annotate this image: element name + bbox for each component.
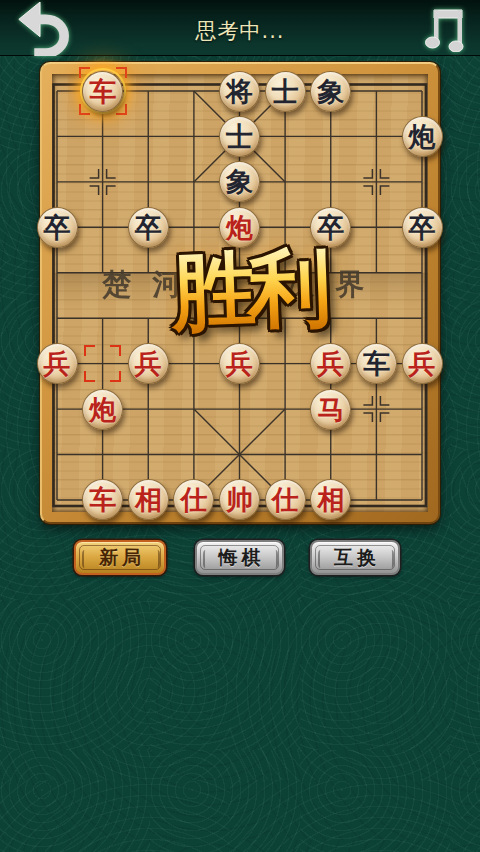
scroll-ornament [155,550,160,568]
undo-move-label: 悔棋 [219,546,265,568]
undo-move-button[interactable]: 悔棋 [195,540,284,575]
board-cell[interactable]: 象 [308,68,354,113]
board-cell[interactable] [80,250,126,295]
board-cell[interactable]: 卒 [308,205,354,250]
board-cell[interactable]: 卒 [34,205,80,250]
board-cell[interactable]: 兵 [308,341,354,386]
board-cell[interactable] [399,295,445,340]
new-game-button[interactable]: 新局 [74,540,166,575]
piece-black[interactable]: 将 [219,71,260,112]
piece-black[interactable]: 象 [310,71,351,112]
page-title: 思考中... [0,17,480,45]
music-button[interactable] [418,4,472,54]
board-cell[interactable]: 士 [217,114,263,159]
board-cell[interactable]: 士 [262,68,308,113]
board-cell[interactable]: 帅 [217,477,263,522]
board-cell[interactable] [262,159,308,204]
board-cell[interactable] [262,295,308,340]
piece-black[interactable]: 车 [356,343,397,384]
board-cell[interactable] [171,159,217,204]
piece-red[interactable]: 帅 [219,479,260,520]
piece-red[interactable]: 兵 [219,343,260,384]
board-cell[interactable] [171,205,217,250]
board-cell[interactable]: 卒 [125,205,171,250]
board-cell[interactable] [308,159,354,204]
board-cell[interactable] [125,68,171,113]
board-cell[interactable] [399,432,445,477]
board-cell[interactable] [217,295,263,340]
board-cell[interactable]: 相 [308,477,354,522]
scroll-ornament [203,550,208,568]
board-cell[interactable] [171,341,217,386]
board-cell[interactable]: 炮 [217,205,263,250]
board-cell[interactable] [34,114,80,159]
board-cell[interactable] [399,159,445,204]
board-cell[interactable] [80,341,126,386]
piece-red[interactable]: 相 [310,479,351,520]
board-cell[interactable] [308,432,354,477]
board-cell[interactable] [34,68,80,113]
piece-red[interactable]: 炮 [82,389,123,430]
board-cell[interactable]: 炮 [80,386,126,431]
board-cell[interactable] [354,159,400,204]
piece-black[interactable]: 炮 [402,116,443,157]
board-cell[interactable] [171,114,217,159]
music-note-icon [421,40,469,55]
new-game-label: 新局 [99,546,145,568]
board-cell[interactable] [80,159,126,204]
back-icon [12,44,70,59]
board-cell[interactable] [354,432,400,477]
piece-red[interactable]: 兵 [402,343,443,384]
board-cell[interactable] [354,295,400,340]
top-bar: 思考中... [0,0,480,56]
board-cell[interactable] [217,250,263,295]
piece-black[interactable]: 卒 [37,207,78,248]
board-cell[interactable] [34,159,80,204]
board-cell[interactable]: 兵 [399,341,445,386]
board-cell[interactable] [34,295,80,340]
board-cell[interactable] [354,386,400,431]
board-cell[interactable]: 仕 [171,477,217,522]
scroll-ornament [389,550,394,568]
board-cell[interactable] [262,432,308,477]
board-cell[interactable] [125,295,171,340]
board-cell[interactable] [262,205,308,250]
piece-black[interactable]: 士 [265,71,306,112]
board-grid: 车将士象士炮象卒卒炮卒卒兵兵兵兵车兵炮马车相仕帅仕相 [34,68,445,522]
board-cell[interactable] [80,295,126,340]
board-cell[interactable] [354,68,400,113]
piece-black[interactable]: 卒 [402,207,443,248]
board-cell[interactable] [125,432,171,477]
board-cell[interactable] [217,386,263,431]
board-cell[interactable] [308,250,354,295]
action-buttons: 新局 悔棋 互换 [0,540,480,576]
board-cell[interactable]: 将 [217,68,263,113]
board-cell[interactable] [399,477,445,522]
scroll-ornament [82,550,87,568]
piece-black[interactable]: 士 [219,116,260,157]
board-cell[interactable] [354,477,400,522]
board-cell[interactable]: 仕 [262,477,308,522]
piece-black[interactable]: 象 [219,161,260,202]
board-cell[interactable]: 马 [308,386,354,431]
board-cell[interactable] [34,250,80,295]
piece-red[interactable]: 仕 [265,479,306,520]
board-cell[interactable] [125,159,171,204]
board-cell[interactable]: 兵 [34,341,80,386]
xiangqi-board: 楚 河 汉 界 车将士象士炮象卒卒炮卒卒兵兵兵兵车兵炮马车相仕帅仕相 [40,62,440,524]
board-cell[interactable] [125,250,171,295]
board-cell[interactable] [262,250,308,295]
board-cell[interactable] [354,114,400,159]
board-cell[interactable] [354,250,400,295]
board-cell[interactable]: 兵 [217,341,263,386]
swap-sides-button[interactable]: 互换 [310,540,400,575]
board-cell[interactable]: 兵 [125,341,171,386]
board-cell[interactable] [399,386,445,431]
board-cell[interactable] [399,68,445,113]
board-cell[interactable] [308,114,354,159]
board-cell[interactable] [262,386,308,431]
piece-red[interactable]: 兵 [128,343,169,384]
board-cell[interactable] [125,386,171,431]
board-cell[interactable]: 象 [217,159,263,204]
board-cell[interactable]: 炮 [399,114,445,159]
board-cell[interactable] [171,295,217,340]
board-cell[interactable] [171,386,217,431]
board-cell[interactable]: 相 [125,477,171,522]
board-cell[interactable]: 车 [354,341,400,386]
last-move-origin-marker [84,345,121,382]
piece-red[interactable]: 炮 [219,207,260,248]
piece-red[interactable]: 马 [310,389,351,430]
piece-red[interactable]: 车 [82,479,123,520]
board-cell[interactable] [80,432,126,477]
board-cell[interactable] [171,250,217,295]
board-cell[interactable]: 车 [80,68,126,113]
board-cell[interactable] [399,250,445,295]
scroll-ornament [318,550,323,568]
board-cell[interactable] [80,205,126,250]
board-cell[interactable] [262,114,308,159]
scroll-ornament [273,550,278,568]
swap-sides-label: 互换 [334,546,380,568]
board-cell[interactable] [171,68,217,113]
piece-red[interactable]: 车 [82,71,123,112]
board-cell[interactable] [34,432,80,477]
board-cell[interactable] [262,341,308,386]
board-cell[interactable] [125,114,171,159]
board-cell[interactable]: 卒 [399,205,445,250]
board-cell[interactable] [80,114,126,159]
board-cell[interactable] [217,432,263,477]
board-cell[interactable] [34,386,80,431]
board-cell[interactable] [308,295,354,340]
board-cell[interactable] [34,477,80,522]
piece-red[interactable]: 仕 [173,479,214,520]
piece-red[interactable]: 兵 [37,343,78,384]
piece-black[interactable]: 卒 [128,207,169,248]
piece-black[interactable]: 卒 [310,207,351,248]
board-cell[interactable]: 车 [80,477,126,522]
board-cell[interactable] [171,432,217,477]
piece-red[interactable]: 兵 [310,343,351,384]
piece-red[interactable]: 相 [128,479,169,520]
board-cell[interactable] [354,205,400,250]
